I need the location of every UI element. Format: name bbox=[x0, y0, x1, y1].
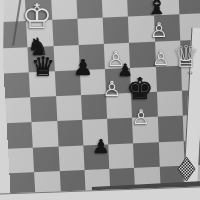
square-d8[interactable] bbox=[76, 0, 103, 19]
square-c4[interactable] bbox=[56, 95, 82, 121]
square-c3[interactable] bbox=[57, 120, 83, 146]
square-a6[interactable] bbox=[2, 47, 29, 73]
chessboard-photo: 2 ♔♞♛♟♝♙♙♕♙♟♙♚♙♟ bbox=[0, 0, 200, 200]
square-e2[interactable] bbox=[108, 143, 134, 169]
diamond-checkerboard-logo-icon bbox=[177, 156, 196, 186]
square-e3[interactable] bbox=[107, 118, 133, 144]
black-pawn-c5[interactable]: ♟ bbox=[72, 57, 94, 79]
square-b4[interactable] bbox=[30, 96, 56, 122]
square-a4[interactable] bbox=[5, 97, 32, 123]
square-e8[interactable] bbox=[102, 0, 129, 18]
square-c8[interactable] bbox=[50, 0, 77, 20]
square-b3[interactable] bbox=[32, 121, 58, 147]
white-pawn-f7[interactable]: ♙ bbox=[149, 20, 169, 40]
black-queen-b5[interactable]: ♛ bbox=[30, 53, 57, 80]
white-pawn-f3[interactable]: ♙ bbox=[131, 107, 151, 127]
square-d7[interactable] bbox=[77, 18, 104, 45]
square-c2[interactable] bbox=[58, 145, 84, 171]
square-a5[interactable] bbox=[4, 72, 31, 98]
square-a3[interactable] bbox=[7, 122, 33, 148]
square-h8[interactable] bbox=[178, 0, 200, 15]
square-f2[interactable] bbox=[133, 142, 159, 168]
square-e7[interactable] bbox=[103, 17, 130, 44]
square-a2[interactable] bbox=[8, 147, 34, 173]
square-c7[interactable] bbox=[52, 19, 79, 46]
white-pawn-g6[interactable]: ♙ bbox=[151, 48, 171, 68]
black-king-f4[interactable]: ♚ bbox=[125, 74, 155, 104]
white-queen-h6[interactable]: ♕ bbox=[171, 42, 200, 72]
white-pawn-e4[interactable]: ♙ bbox=[102, 79, 123, 100]
square-g3[interactable] bbox=[157, 116, 183, 142]
square-b2[interactable] bbox=[33, 146, 59, 172]
square-g4[interactable] bbox=[156, 91, 182, 117]
white-king-b7[interactable]: ♔ bbox=[20, 0, 54, 33]
black-pawn-d2[interactable]: ♟ bbox=[92, 137, 111, 156]
black-bishop-f8[interactable]: ♝ bbox=[145, 0, 169, 18]
